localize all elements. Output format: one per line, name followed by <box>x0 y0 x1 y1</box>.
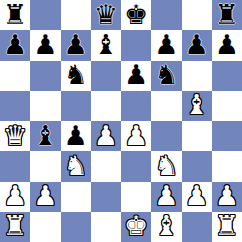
white-pawn: ♟ <box>215 182 239 209</box>
square-f4[interactable] <box>151 121 181 151</box>
white-rook: ♜ <box>3 212 27 239</box>
square-e7[interactable] <box>121 30 151 60</box>
square-b8[interactable] <box>30 0 60 30</box>
square-e8[interactable]: ♚ <box>121 0 151 30</box>
black-rook: ♜ <box>215 1 239 28</box>
square-a1[interactable]: ♜ <box>0 212 30 242</box>
white-pawn: ♟ <box>33 182 57 209</box>
black-knight: ♞ <box>154 61 178 88</box>
square-f3[interactable]: ♞ <box>151 151 181 181</box>
square-f8[interactable] <box>151 0 181 30</box>
white-pawn: ♟ <box>124 122 148 149</box>
square-b3[interactable] <box>30 151 60 181</box>
white-king: ♚ <box>124 212 148 239</box>
square-g2[interactable]: ♟ <box>182 182 212 212</box>
white-pawn: ♟ <box>3 182 27 209</box>
square-c7[interactable]: ♟ <box>61 30 91 60</box>
white-knight: ♞ <box>154 152 178 179</box>
square-a6[interactable] <box>0 61 30 91</box>
black-pawn: ♟ <box>64 122 88 149</box>
black-rook: ♜ <box>3 1 27 28</box>
square-e6[interactable]: ♟ <box>121 61 151 91</box>
square-c5[interactable] <box>61 91 91 121</box>
white-pawn: ♟ <box>154 182 178 209</box>
black-bishop: ♝ <box>33 122 57 149</box>
square-e5[interactable] <box>121 91 151 121</box>
square-h8[interactable]: ♜ <box>212 0 242 30</box>
square-d8[interactable]: ♛ <box>91 0 121 30</box>
square-b2[interactable]: ♟ <box>30 182 60 212</box>
square-b5[interactable] <box>30 91 60 121</box>
black-bishop: ♝ <box>94 31 118 58</box>
square-h7[interactable]: ♟ <box>212 30 242 60</box>
square-b1[interactable] <box>30 212 60 242</box>
black-pawn: ♟ <box>185 31 209 58</box>
square-e1[interactable]: ♚ <box>121 212 151 242</box>
black-king: ♚ <box>124 1 148 28</box>
black-pawn: ♟ <box>215 31 239 58</box>
black-pawn: ♟ <box>33 31 57 58</box>
square-f6[interactable]: ♞ <box>151 61 181 91</box>
white-bishop: ♝ <box>185 91 209 118</box>
square-a8[interactable]: ♜ <box>0 0 30 30</box>
square-c6[interactable]: ♞ <box>61 61 91 91</box>
white-pawn: ♟ <box>185 182 209 209</box>
black-queen: ♛ <box>94 1 118 28</box>
black-knight: ♞ <box>64 61 88 88</box>
black-pawn: ♟ <box>124 61 148 88</box>
square-d1[interactable] <box>91 212 121 242</box>
square-h3[interactable] <box>212 151 242 181</box>
square-e2[interactable] <box>121 182 151 212</box>
square-a7[interactable]: ♟ <box>0 30 30 60</box>
square-d5[interactable] <box>91 91 121 121</box>
chess-board: ♜♛♚♜♟♟♟♝♟♟♟♞♟♞♝♛♝♟♟♟♞♞♟♟♟♟♟♜♚♝♜ <box>0 0 242 242</box>
square-a3[interactable] <box>0 151 30 181</box>
square-a2[interactable]: ♟ <box>0 182 30 212</box>
square-h5[interactable] <box>212 91 242 121</box>
square-f7[interactable]: ♟ <box>151 30 181 60</box>
square-e4[interactable]: ♟ <box>121 121 151 151</box>
square-h2[interactable]: ♟ <box>212 182 242 212</box>
square-h1[interactable]: ♜ <box>212 212 242 242</box>
square-d2[interactable] <box>91 182 121 212</box>
black-pawn: ♟ <box>64 31 88 58</box>
square-c4[interactable]: ♟ <box>61 121 91 151</box>
square-d6[interactable] <box>91 61 121 91</box>
square-g3[interactable] <box>182 151 212 181</box>
square-g6[interactable] <box>182 61 212 91</box>
black-pawn: ♟ <box>154 31 178 58</box>
square-g5[interactable]: ♝ <box>182 91 212 121</box>
square-d4[interactable]: ♟ <box>91 121 121 151</box>
square-f2[interactable]: ♟ <box>151 182 181 212</box>
square-c2[interactable] <box>61 182 91 212</box>
square-c3[interactable]: ♞ <box>61 151 91 181</box>
white-rook: ♜ <box>215 212 239 239</box>
square-g4[interactable] <box>182 121 212 151</box>
square-b4[interactable]: ♝ <box>30 121 60 151</box>
white-pawn: ♟ <box>94 122 118 149</box>
square-a4[interactable]: ♛ <box>0 121 30 151</box>
square-f5[interactable] <box>151 91 181 121</box>
white-bishop: ♝ <box>154 212 178 239</box>
square-e3[interactable] <box>121 151 151 181</box>
square-d3[interactable] <box>91 151 121 181</box>
square-c1[interactable] <box>61 212 91 242</box>
square-b7[interactable]: ♟ <box>30 30 60 60</box>
square-g1[interactable] <box>182 212 212 242</box>
square-h6[interactable] <box>212 61 242 91</box>
square-b6[interactable] <box>30 61 60 91</box>
black-pawn: ♟ <box>3 31 27 58</box>
square-a5[interactable] <box>0 91 30 121</box>
white-knight: ♞ <box>64 152 88 179</box>
square-d7[interactable]: ♝ <box>91 30 121 60</box>
square-h4[interactable] <box>212 121 242 151</box>
square-f1[interactable]: ♝ <box>151 212 181 242</box>
square-g7[interactable]: ♟ <box>182 30 212 60</box>
square-c8[interactable] <box>61 0 91 30</box>
square-g8[interactable] <box>182 0 212 30</box>
white-queen: ♛ <box>3 122 27 149</box>
